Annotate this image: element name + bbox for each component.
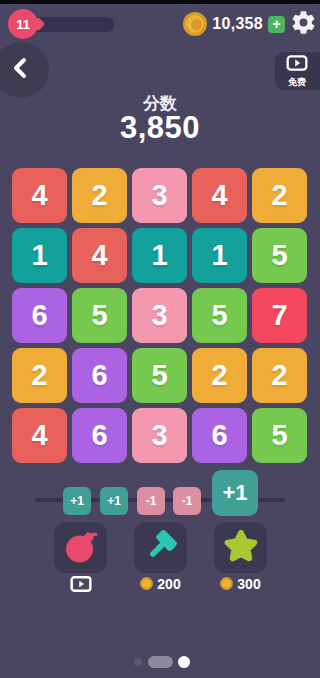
- free-label: 免费: [288, 76, 312, 89]
- tile-r2c4[interactable]: 1: [192, 228, 247, 283]
- score-value: 3,850: [0, 110, 320, 146]
- back-button[interactable]: [0, 42, 49, 98]
- chevron-left-icon: [8, 55, 34, 85]
- page-dot-3-active[interactable]: [178, 656, 190, 668]
- hammer-price-value: 200: [157, 576, 180, 592]
- coin-icon: [183, 12, 207, 36]
- tile-r1c5[interactable]: 2: [252, 168, 307, 223]
- star-price-value: 300: [237, 576, 260, 592]
- coin-count: 10,358: [212, 15, 263, 33]
- tile-r1c4[interactable]: 4: [192, 168, 247, 223]
- slider-chip-4-minus[interactable]: -1: [173, 487, 201, 515]
- page-dot-2-pill[interactable]: [148, 656, 173, 668]
- tile-r4c4[interactable]: 2: [192, 348, 247, 403]
- star-icon: [221, 526, 261, 570]
- hammer-price: 200: [134, 575, 187, 592]
- tile-r5c3[interactable]: 3: [132, 408, 187, 463]
- tile-r2c2[interactable]: 4: [72, 228, 127, 283]
- tile-r1c3[interactable]: 3: [132, 168, 187, 223]
- tile-r3c3[interactable]: 3: [132, 288, 187, 343]
- tile-grid: 4234214115653572652246365: [12, 168, 307, 463]
- coin-icon: [140, 577, 153, 590]
- tile-r5c5[interactable]: 5: [252, 408, 307, 463]
- tile-r4c5[interactable]: 2: [252, 348, 307, 403]
- coin-cluster: 10,358 +: [183, 10, 317, 38]
- slider-chip-2-plus[interactable]: +1: [100, 487, 128, 515]
- tile-r1c1[interactable]: 4: [12, 168, 67, 223]
- free-video-button[interactable]: 免费: [275, 52, 320, 90]
- tile-r4c2[interactable]: 6: [72, 348, 127, 403]
- tile-r4c3[interactable]: 5: [132, 348, 187, 403]
- slider-chip-5-plus-large[interactable]: +1: [212, 470, 258, 516]
- powerup-hammer-button[interactable]: [134, 522, 187, 573]
- star-price: 300: [214, 575, 267, 592]
- tile-r2c3[interactable]: 1: [132, 228, 187, 283]
- tile-r3c2[interactable]: 5: [72, 288, 127, 343]
- settings-button[interactable]: [290, 11, 317, 38]
- powerup-bomb-button[interactable]: [54, 522, 107, 573]
- add-coins-button[interactable]: +: [268, 16, 285, 33]
- level-number: 11: [16, 17, 30, 32]
- page-dot-1[interactable]: [134, 658, 142, 666]
- bomb-icon: [61, 526, 101, 570]
- tile-r2c5[interactable]: 5: [252, 228, 307, 283]
- game-screen: 11 10,358 + 免费 分数 3,850 4234214115653572…: [0, 0, 320, 678]
- slider-chip-1-plus[interactable]: +1: [63, 487, 91, 515]
- tile-r3c4[interactable]: 5: [192, 288, 247, 343]
- video-play-icon: [286, 55, 314, 75]
- watch-video-icon: [70, 576, 92, 592]
- tile-r5c2[interactable]: 6: [72, 408, 127, 463]
- tile-r5c4[interactable]: 6: [192, 408, 247, 463]
- status-strip: [0, 0, 320, 4]
- tile-r5c1[interactable]: 4: [12, 408, 67, 463]
- tile-r1c2[interactable]: 2: [72, 168, 127, 223]
- tile-r3c1[interactable]: 6: [12, 288, 67, 343]
- powerup-star-button[interactable]: [214, 522, 267, 573]
- hammer-icon: [142, 527, 180, 569]
- level-badge: 11: [8, 9, 38, 39]
- bomb-price: [54, 575, 107, 592]
- gear-icon: [290, 9, 317, 40]
- coin-icon: [220, 577, 233, 590]
- tile-r3c5[interactable]: 7: [252, 288, 307, 343]
- tile-r2c1[interactable]: 1: [12, 228, 67, 283]
- slider-chip-3-minus[interactable]: -1: [137, 487, 165, 515]
- tile-r4c1[interactable]: 2: [12, 348, 67, 403]
